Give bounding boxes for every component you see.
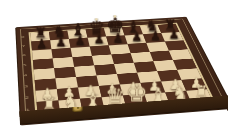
black-pawn: ♟ <box>112 32 123 44</box>
rank-label-3: 3 <box>21 80 31 92</box>
square-d4 <box>94 64 117 75</box>
chess-set-photo: ♜♞♝♛♚♝♞♜♟♟♟♟♟♟♟♟♟♟♟♟♟♟♟♟♜♞♝♛♚♝♞♜ abcdefg… <box>0 0 228 128</box>
square-e4 <box>114 63 137 74</box>
square-b6 <box>51 48 72 59</box>
square-b5 <box>53 57 74 68</box>
black-pawn: ♟ <box>36 37 47 50</box>
black-pawn: ♟ <box>94 33 105 45</box>
black-pawn: ♟ <box>168 28 179 40</box>
black-pawn: ♟ <box>150 29 161 41</box>
square-a6 <box>32 49 53 60</box>
rank-label-5: 5 <box>20 60 30 71</box>
square-f5 <box>131 52 154 63</box>
scene: ♜♞♝♛♚♝♞♜♟♟♟♟♟♟♟♟♟♟♟♟♟♟♟♟♜♞♝♛♚♝♞♜ abcdefg… <box>0 0 228 128</box>
square-g5 <box>150 51 173 62</box>
square-g4 <box>153 60 177 71</box>
black-pawn: ♟ <box>55 36 66 48</box>
square-f4 <box>134 61 157 72</box>
black-pawn: ♟ <box>131 31 142 43</box>
square-c5 <box>72 56 94 67</box>
black-pawn: ♟ <box>74 34 85 46</box>
brass-clasp-icon <box>72 104 82 113</box>
rank-label-2: 2 <box>22 92 33 104</box>
rank-label-4: 4 <box>20 70 30 81</box>
square-e6 <box>109 44 131 54</box>
chess-board-box: ♜♞♝♛♚♝♞♜♟♟♟♟♟♟♟♟♟♟♟♟♟♟♟♟♜♞♝♛♚♝♞♜ abcdefg… <box>15 17 228 126</box>
square-d6 <box>90 45 112 55</box>
square-h4 <box>173 59 197 70</box>
square-b4 <box>54 67 76 79</box>
